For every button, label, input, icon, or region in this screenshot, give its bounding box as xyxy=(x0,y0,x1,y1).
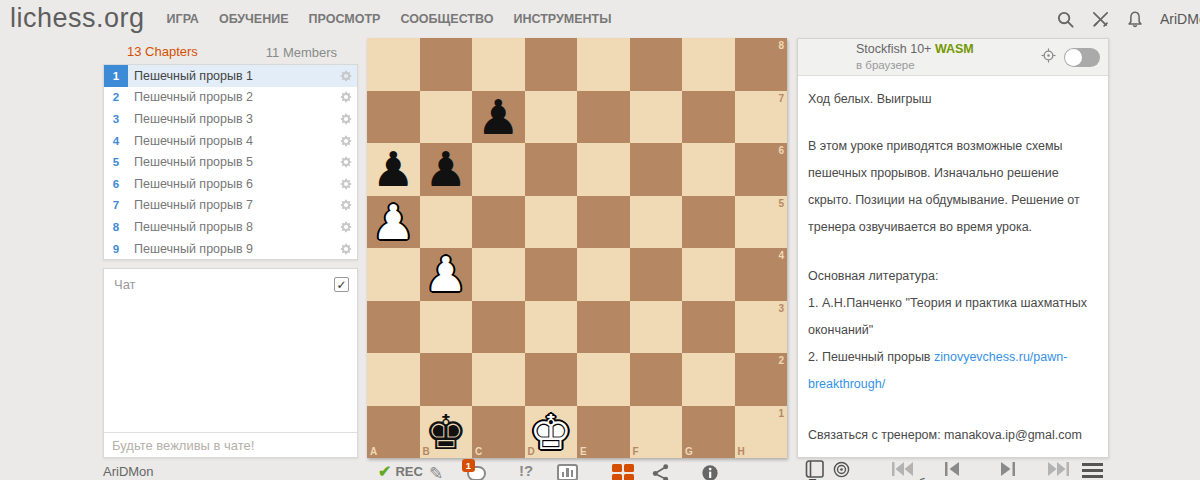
practice-record-icon[interactable] xyxy=(833,461,850,478)
chapter-row[interactable]: 8Пешечный прорыв 8 xyxy=(104,216,357,238)
lichess-logo[interactable]: lichess.org xyxy=(0,3,159,36)
square-c2[interactable] xyxy=(472,353,525,406)
square-a4[interactable] xyxy=(367,248,420,301)
file-label: F xyxy=(633,446,639,457)
square-d4[interactable] xyxy=(525,248,578,301)
square-f1[interactable]: F xyxy=(630,406,683,459)
nav-item[interactable]: ИГРА xyxy=(167,12,199,26)
draw-shapes-icon[interactable]: ✎ xyxy=(429,463,443,480)
chapter-number: 1 xyxy=(104,65,128,87)
literature-item-2: 2. Пешечный прорыв zinovyevchess.ru/pawn… xyxy=(808,344,1094,398)
square-b6[interactable]: ♟ xyxy=(420,143,473,196)
square-h4[interactable]: 4 xyxy=(735,248,788,301)
literature-title: Основная литература: xyxy=(808,263,1094,290)
engine-toggle[interactable] xyxy=(1064,48,1100,67)
chat-toggle-checkbox[interactable]: ✓ xyxy=(334,277,349,292)
chat-member-name: AriDMon xyxy=(103,464,154,479)
rank-label: 3 xyxy=(778,303,784,314)
square-f8[interactable] xyxy=(630,38,683,91)
analysis-panel: Stockfish 10+ WASM в браузере Ход белых.… xyxy=(797,38,1109,458)
square-f6[interactable] xyxy=(630,143,683,196)
chapter-title: Пешечный прорыв 1 xyxy=(128,69,335,83)
square-e2[interactable] xyxy=(577,353,630,406)
square-f4[interactable] xyxy=(630,248,683,301)
file-label: C xyxy=(475,446,482,457)
square-h3[interactable]: 3 xyxy=(735,301,788,354)
square-a7[interactable] xyxy=(367,91,420,144)
notifications-icon[interactable] xyxy=(1126,10,1144,29)
square-f5[interactable] xyxy=(630,196,683,249)
chapter-row[interactable]: 6Пешечный прорыв 6 xyxy=(104,173,357,195)
square-d3[interactable] xyxy=(525,301,578,354)
status-text: Ход белых. Выигрыш xyxy=(808,86,1094,113)
glyph-annotation-button[interactable]: !? xyxy=(519,462,533,479)
top-nav: lichess.org ИГРАОБУЧЕНИЕПРОСМОТРСООБЩЕСТ… xyxy=(0,0,1200,38)
square-h6[interactable]: 6 xyxy=(735,143,788,196)
square-c4[interactable] xyxy=(472,248,525,301)
search-icon[interactable] xyxy=(1056,10,1075,29)
practice-target-icon[interactable] xyxy=(1041,48,1056,67)
square-d7[interactable] xyxy=(525,91,578,144)
intro-text: В этом уроке приводятся возможные схемы … xyxy=(808,133,1094,241)
engine-bar: Stockfish 10+ WASM в браузере xyxy=(798,39,1108,76)
square-g3[interactable] xyxy=(682,301,735,354)
square-f2[interactable] xyxy=(630,353,683,406)
white-pawn[interactable]: ♟ xyxy=(424,248,467,300)
challenges-icon[interactable] xyxy=(1091,10,1110,29)
square-d2[interactable] xyxy=(525,353,578,406)
square-d6[interactable] xyxy=(525,143,578,196)
square-d5[interactable] xyxy=(525,196,578,249)
square-a8[interactable] xyxy=(367,38,420,91)
square-a2[interactable] xyxy=(367,353,420,406)
square-a6[interactable]: ♟ xyxy=(367,143,420,196)
square-a1[interactable]: A xyxy=(367,406,420,459)
chat-input[interactable] xyxy=(104,432,357,457)
prev-move-button[interactable] xyxy=(945,462,960,476)
chat-title: Чат xyxy=(114,277,334,292)
square-b3[interactable] xyxy=(420,301,473,354)
black-pawn[interactable]: ♟ xyxy=(424,143,467,195)
square-g5[interactable] xyxy=(682,196,735,249)
nav-item[interactable]: СООБЩЕСТВО xyxy=(400,12,493,26)
chapter-title: Пешечный прорыв 5 xyxy=(128,155,335,169)
black-king[interactable]: ♚ xyxy=(424,406,467,458)
comment-badge: 1 xyxy=(462,459,475,472)
square-e5[interactable] xyxy=(577,196,630,249)
square-b5[interactable] xyxy=(420,196,473,249)
rank-label: 7 xyxy=(778,93,784,104)
white-king[interactable]: ♚ xyxy=(529,406,572,458)
chapter-row[interactable]: 3Пешечный прорыв 3 xyxy=(104,108,357,130)
tab-members[interactable]: 11 Members xyxy=(256,45,347,66)
square-h7[interactable]: 7 xyxy=(735,91,788,144)
file-label: E xyxy=(580,446,587,457)
square-f7[interactable] xyxy=(630,91,683,144)
square-g1[interactable]: G xyxy=(682,406,735,459)
square-c3[interactable] xyxy=(472,301,525,354)
square-f3[interactable] xyxy=(630,301,683,354)
chapter-title: Пешечный прорыв 6 xyxy=(128,177,335,191)
file-label: B xyxy=(423,446,430,457)
chat-panel: Чат ✓ xyxy=(103,268,358,458)
gear-icon[interactable] xyxy=(335,156,357,168)
square-d1[interactable]: D♚ xyxy=(525,406,578,459)
first-move-button[interactable] xyxy=(892,462,914,476)
chapter-description: Ход белых. Выигрыш В этом уроке приводят… xyxy=(798,76,1108,480)
chapter-row[interactable]: 5Пешечный прорыв 5 xyxy=(104,151,357,173)
square-h2[interactable]: 2 xyxy=(735,353,788,406)
gear-icon[interactable] xyxy=(335,243,357,255)
chapter-row[interactable]: 1Пешечный прорыв 1 xyxy=(104,65,357,87)
square-b4[interactable]: ♟ xyxy=(420,248,473,301)
square-e6[interactable] xyxy=(577,143,630,196)
file-label: A xyxy=(370,446,377,457)
comment-icon[interactable]: 1 xyxy=(467,466,486,480)
file-label: H xyxy=(738,446,745,457)
analysis-menu-icon[interactable] xyxy=(1082,460,1103,480)
square-a3[interactable] xyxy=(367,301,420,354)
file-label: G xyxy=(685,446,693,457)
black-pawn[interactable]: ♟ xyxy=(372,143,415,195)
rank-label: 6 xyxy=(778,145,784,156)
square-c8[interactable] xyxy=(472,38,525,91)
file-label: D xyxy=(528,446,535,457)
square-g7[interactable] xyxy=(682,91,735,144)
square-e3[interactable] xyxy=(577,301,630,354)
study-book-icon[interactable] xyxy=(805,460,825,478)
move-nav-toolbar xyxy=(797,460,1109,480)
chapter-title: Пешечный прорыв 2 xyxy=(128,90,335,104)
square-g6[interactable] xyxy=(682,143,735,196)
next-move-button[interactable] xyxy=(1000,462,1015,476)
chapter-number: 9 xyxy=(104,238,128,260)
square-e4[interactable] xyxy=(577,248,630,301)
nav-item[interactable]: ОБУЧЕНИЕ xyxy=(219,12,289,26)
engine-tech-label: WASM xyxy=(935,42,974,56)
chapter-title: Пешечный прорыв 8 xyxy=(128,220,335,234)
rank-label: 2 xyxy=(778,355,784,366)
chapter-title: Пешечный прорыв 9 xyxy=(128,242,335,256)
chapter-number: 2 xyxy=(104,87,128,109)
chapter-number: 3 xyxy=(104,108,128,130)
gear-icon[interactable] xyxy=(335,199,357,211)
square-e1[interactable]: E xyxy=(577,406,630,459)
square-c1[interactable]: C xyxy=(472,406,525,459)
chapter-title: Пешечный прорыв 4 xyxy=(128,134,335,148)
square-b1[interactable]: B♚ xyxy=(420,406,473,459)
engine-location: в браузере xyxy=(856,58,974,72)
chapter-number: 4 xyxy=(104,130,128,152)
gear-icon[interactable] xyxy=(335,221,357,233)
square-c5[interactable] xyxy=(472,196,525,249)
chapter-row[interactable]: 7Пешечный прорыв 7 xyxy=(104,195,357,217)
board-layout-icon[interactable] xyxy=(612,464,634,480)
engine-name: Stockfish 10+ WASM xyxy=(856,42,974,58)
record-button[interactable]: ✔ REC xyxy=(378,462,423,480)
square-b8[interactable] xyxy=(420,38,473,91)
square-c7[interactable]: ♟ xyxy=(472,91,525,144)
white-pawn[interactable]: ♟ xyxy=(372,196,415,248)
square-h5[interactable]: 5 xyxy=(735,196,788,249)
chapter-row[interactable]: 2Пешечный прорыв 2 xyxy=(104,87,357,109)
share-icon[interactable] xyxy=(651,463,670,480)
gear-icon[interactable] xyxy=(335,113,357,125)
info-icon[interactable] xyxy=(701,464,719,480)
square-c6[interactable] xyxy=(472,143,525,196)
last-move-button[interactable] xyxy=(1047,462,1069,476)
gear-icon[interactable] xyxy=(335,91,357,103)
top-nav-right: AriDMon xyxy=(1056,0,1200,38)
square-d8[interactable] xyxy=(525,38,578,91)
chart-icon[interactable] xyxy=(557,464,578,480)
record-check-icon: ✔ xyxy=(378,462,391,480)
square-b2[interactable] xyxy=(420,353,473,406)
rank-label: 1 xyxy=(778,408,784,419)
square-g4[interactable] xyxy=(682,248,735,301)
chapter-number: 7 xyxy=(104,195,128,217)
chapter-row[interactable]: 4Пешечный прорыв 4 xyxy=(104,130,357,152)
chess-board[interactable]: 8♟7♟♟6♟5♟432AB♚CD♚EFG1H xyxy=(367,38,787,458)
nav-item[interactable]: ПРОСМОТР xyxy=(309,12,381,26)
square-a5[interactable]: ♟ xyxy=(367,196,420,249)
square-e7[interactable] xyxy=(577,91,630,144)
username[interactable]: AriDMon xyxy=(1160,11,1200,27)
literature-item-1: 1. А.Н.Панченко "Теория и практика шахма… xyxy=(808,290,1094,344)
chapter-row[interactable]: 9Пешечный прорыв 9 xyxy=(104,238,357,260)
chapter-number: 6 xyxy=(104,173,128,195)
rank-label: 4 xyxy=(778,250,784,261)
square-g2[interactable] xyxy=(682,353,735,406)
gear-icon[interactable] xyxy=(335,70,357,82)
rank-label: 5 xyxy=(778,198,784,209)
square-h1[interactable]: 1H xyxy=(735,406,788,459)
square-h8[interactable]: 8 xyxy=(735,38,788,91)
nav-item[interactable]: ИНСТРУМЕНТЫ xyxy=(513,12,611,26)
chapters-list: 1Пешечный прорыв 12Пешечный прорыв 23Пеш… xyxy=(103,64,358,260)
contact-text: Связаться с тренером: manakova.ip@gmal.c… xyxy=(808,422,1094,449)
chapter-title: Пешечный прорыв 3 xyxy=(128,112,335,126)
black-pawn[interactable]: ♟ xyxy=(477,91,520,143)
gear-icon[interactable] xyxy=(335,135,357,147)
square-g8[interactable] xyxy=(682,38,735,91)
study-toolbar: ✔ REC ✎ 1 !? xyxy=(367,462,787,480)
gear-icon[interactable] xyxy=(335,178,357,190)
chapter-number: 8 xyxy=(104,216,128,238)
rank-label: 8 xyxy=(778,40,784,51)
chapter-number: 5 xyxy=(104,151,128,173)
square-b7[interactable] xyxy=(420,91,473,144)
square-e8[interactable] xyxy=(577,38,630,91)
chapter-title: Пешечный прорыв 7 xyxy=(128,198,335,212)
nav-menu: ИГРАОБУЧЕНИЕПРОСМОТРСООБЩЕСТВОИНСТРУМЕНТ… xyxy=(159,12,612,26)
